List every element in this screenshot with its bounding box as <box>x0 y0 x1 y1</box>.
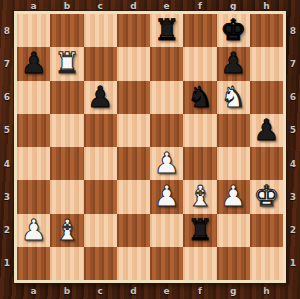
square-c3[interactable] <box>84 180 117 213</box>
square-d3[interactable] <box>117 180 150 213</box>
square-f5[interactable] <box>183 114 216 147</box>
square-b6[interactable] <box>50 81 83 114</box>
square-g1[interactable] <box>217 247 250 280</box>
square-e4[interactable]: ♟ <box>150 147 183 180</box>
square-c8[interactable] <box>84 14 117 47</box>
square-b4[interactable] <box>50 147 83 180</box>
file-label-e: e <box>150 285 183 297</box>
piece-white-bishop-f3[interactable]: ♝ <box>187 182 213 211</box>
file-label-h: h <box>250 285 283 297</box>
square-b5[interactable] <box>50 114 83 147</box>
piece-white-knight-g6[interactable]: ♞ <box>220 83 246 112</box>
square-g7[interactable]: ♟ <box>217 47 250 80</box>
square-b7[interactable]: ♜ <box>50 47 83 80</box>
square-h1[interactable] <box>250 247 283 280</box>
rank-label-7: 7 <box>286 47 300 80</box>
rank-labels-left: 87654321 <box>0 14 14 280</box>
square-f6[interactable]: ♞ <box>183 81 216 114</box>
chess-board: ♜♚♟♜♟♟♞♞♟♟♟♝♟♚♟♝♜ <box>17 14 283 280</box>
square-a7[interactable]: ♟ <box>17 47 50 80</box>
rank-label-1: 1 <box>0 247 14 280</box>
square-d6[interactable] <box>117 81 150 114</box>
square-f7[interactable] <box>183 47 216 80</box>
square-c7[interactable] <box>84 47 117 80</box>
rank-label-6: 6 <box>286 81 300 114</box>
square-d5[interactable] <box>117 114 150 147</box>
square-d4[interactable] <box>117 147 150 180</box>
square-g6[interactable]: ♞ <box>217 81 250 114</box>
piece-black-pawn-a7[interactable]: ♟ <box>21 49 47 78</box>
square-c1[interactable] <box>84 247 117 280</box>
rank-label-5: 5 <box>286 114 300 147</box>
square-a3[interactable] <box>17 180 50 213</box>
piece-black-pawn-h5[interactable]: ♟ <box>253 116 279 145</box>
file-labels-bottom: abcdefgh <box>17 285 283 297</box>
piece-white-pawn-a2[interactable]: ♟ <box>21 216 47 245</box>
square-e8[interactable]: ♜ <box>150 14 183 47</box>
square-h6[interactable] <box>250 81 283 114</box>
square-h2[interactable] <box>250 214 283 247</box>
square-g5[interactable] <box>217 114 250 147</box>
piece-black-pawn-c6[interactable]: ♟ <box>87 83 113 112</box>
rank-label-2: 2 <box>286 214 300 247</box>
square-b1[interactable] <box>50 247 83 280</box>
square-c4[interactable] <box>84 147 117 180</box>
rank-labels-right: 87654321 <box>286 14 300 280</box>
square-e3[interactable]: ♟ <box>150 180 183 213</box>
square-g4[interactable] <box>217 147 250 180</box>
square-e7[interactable] <box>150 47 183 80</box>
rank-label-3: 3 <box>0 180 14 213</box>
piece-white-rook-b7[interactable]: ♜ <box>54 49 80 78</box>
piece-white-pawn-g3[interactable]: ♟ <box>220 182 246 211</box>
square-a8[interactable] <box>17 14 50 47</box>
piece-white-bishop-b2[interactable]: ♝ <box>54 216 80 245</box>
square-h8[interactable] <box>250 14 283 47</box>
square-a2[interactable]: ♟ <box>17 214 50 247</box>
piece-black-pawn-g7[interactable]: ♟ <box>220 49 246 78</box>
square-g8[interactable]: ♚ <box>217 14 250 47</box>
rank-label-2: 2 <box>0 214 14 247</box>
square-e6[interactable] <box>150 81 183 114</box>
rank-label-8: 8 <box>286 14 300 47</box>
square-c2[interactable] <box>84 214 117 247</box>
file-label-a: a <box>17 285 50 297</box>
square-c6[interactable]: ♟ <box>84 81 117 114</box>
rank-label-6: 6 <box>0 81 14 114</box>
rank-label-4: 4 <box>286 147 300 180</box>
board-frame: ♜♚♟♜♟♟♞♞♟♟♟♝♟♚♟♝♜ <box>14 11 286 283</box>
square-b8[interactable] <box>50 14 83 47</box>
square-h5[interactable]: ♟ <box>250 114 283 147</box>
rank-label-5: 5 <box>0 114 14 147</box>
rank-label-4: 4 <box>0 147 14 180</box>
file-label-c: c <box>84 285 117 297</box>
file-label-d: d <box>117 285 150 297</box>
square-e2[interactable] <box>150 214 183 247</box>
file-label-g: g <box>217 285 250 297</box>
rank-label-8: 8 <box>0 14 14 47</box>
piece-black-knight-f6[interactable]: ♞ <box>187 83 213 112</box>
square-f4[interactable] <box>183 147 216 180</box>
piece-white-king-h3[interactable]: ♚ <box>253 182 279 211</box>
square-a6[interactable] <box>17 81 50 114</box>
square-d8[interactable] <box>117 14 150 47</box>
square-a1[interactable] <box>17 247 50 280</box>
square-d1[interactable] <box>117 247 150 280</box>
piece-white-pawn-e3[interactable]: ♟ <box>154 182 180 211</box>
square-b3[interactable] <box>50 180 83 213</box>
piece-white-pawn-e4[interactable]: ♟ <box>154 149 180 178</box>
square-a5[interactable] <box>17 114 50 147</box>
square-h7[interactable] <box>250 47 283 80</box>
square-b2[interactable]: ♝ <box>50 214 83 247</box>
rank-label-1: 1 <box>286 247 300 280</box>
chess-app-window: abcdefgh 87654321 87654321 abcdefgh ♜♚♟♜… <box>0 0 300 299</box>
square-a4[interactable] <box>17 147 50 180</box>
piece-black-king-g8[interactable]: ♚ <box>220 16 246 45</box>
file-label-f: f <box>183 285 216 297</box>
square-g3[interactable]: ♟ <box>217 180 250 213</box>
square-f1[interactable] <box>183 247 216 280</box>
square-h4[interactable] <box>250 147 283 180</box>
rank-label-3: 3 <box>286 180 300 213</box>
file-label-b: b <box>50 285 83 297</box>
piece-black-rook-e8[interactable]: ♜ <box>154 16 180 45</box>
square-h3[interactable]: ♚ <box>250 180 283 213</box>
square-f8[interactable] <box>183 14 216 47</box>
square-e5[interactable] <box>150 114 183 147</box>
square-g2[interactable] <box>217 214 250 247</box>
square-f2[interactable]: ♜ <box>183 214 216 247</box>
square-f3[interactable]: ♝ <box>183 180 216 213</box>
square-c5[interactable] <box>84 114 117 147</box>
rank-label-7: 7 <box>0 47 14 80</box>
square-d2[interactable] <box>117 214 150 247</box>
piece-black-rook-f2[interactable]: ♜ <box>187 216 213 245</box>
square-e1[interactable] <box>150 247 183 280</box>
square-d7[interactable] <box>117 47 150 80</box>
